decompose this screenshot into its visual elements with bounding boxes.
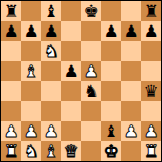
square-f3[interactable] [101, 101, 121, 121]
white-pawn: ♟ [21, 121, 41, 141]
square-a5[interactable] [1, 61, 21, 81]
square-f4[interactable] [101, 81, 121, 101]
white-rook: ♜ [1, 141, 21, 161]
white-pawn: ♟ [121, 121, 141, 141]
square-d6[interactable] [61, 41, 81, 61]
square-d7[interactable] [61, 21, 81, 41]
square-d1[interactable]: ♛ [61, 141, 81, 161]
white-rook: ♜ [141, 141, 161, 161]
square-a7[interactable]: ♟ [1, 21, 21, 41]
square-a3[interactable] [1, 101, 21, 121]
black-pawn: ♟ [21, 21, 41, 41]
square-c8[interactable]: ♝ [41, 1, 61, 21]
chess-board: ♜♝♚♜♟♟♟♟♟♟♞♝♟♟♞♛♟♟♟♝♟♟♜♞♝♛♚♜ [0, 0, 162, 162]
black-pawn: ♟ [141, 21, 161, 41]
square-h3[interactable] [141, 101, 161, 121]
black-pawn: ♟ [121, 21, 141, 41]
square-c6[interactable]: ♞ [41, 41, 61, 61]
square-g4[interactable] [121, 81, 141, 101]
square-a6[interactable] [1, 41, 21, 61]
white-pawn: ♟ [81, 61, 101, 81]
square-d4[interactable] [61, 81, 81, 101]
square-h2[interactable]: ♟ [141, 121, 161, 141]
white-pawn: ♟ [141, 121, 161, 141]
square-e7[interactable] [81, 21, 101, 41]
board-grid: ♜♝♚♜♟♟♟♟♟♟♞♝♟♟♞♛♟♟♟♝♟♟♜♞♝♛♚♜ [1, 1, 161, 161]
square-f6[interactable] [101, 41, 121, 61]
black-rook: ♜ [141, 1, 161, 21]
square-c4[interactable] [41, 81, 61, 101]
square-e6[interactable] [81, 41, 101, 61]
square-a2[interactable]: ♟ [1, 121, 21, 141]
square-c7[interactable]: ♟ [41, 21, 61, 41]
square-d3[interactable] [61, 101, 81, 121]
square-f8[interactable] [101, 1, 121, 21]
square-c3[interactable] [41, 101, 61, 121]
square-h7[interactable]: ♟ [141, 21, 161, 41]
square-b3[interactable] [21, 101, 41, 121]
black-bishop: ♝ [101, 121, 121, 141]
white-queen: ♛ [61, 141, 81, 161]
square-b1[interactable]: ♞ [21, 141, 41, 161]
square-d8[interactable] [61, 1, 81, 21]
square-c1[interactable]: ♝ [41, 141, 61, 161]
black-pawn: ♟ [1, 21, 21, 41]
black-queen: ♛ [141, 81, 161, 101]
white-bishop: ♝ [41, 141, 61, 161]
square-e8[interactable]: ♚ [81, 1, 101, 21]
square-e3[interactable] [81, 101, 101, 121]
square-b4[interactable] [21, 81, 41, 101]
square-g2[interactable]: ♟ [121, 121, 141, 141]
white-pawn: ♟ [41, 121, 61, 141]
black-king: ♚ [81, 1, 101, 21]
white-knight: ♞ [21, 141, 41, 161]
square-h8[interactable]: ♜ [141, 1, 161, 21]
square-f7[interactable]: ♟ [101, 21, 121, 41]
square-g3[interactable] [121, 101, 141, 121]
square-b7[interactable]: ♟ [21, 21, 41, 41]
square-f5[interactable] [101, 61, 121, 81]
square-d5[interactable]: ♟ [61, 61, 81, 81]
white-pawn: ♟ [1, 121, 21, 141]
square-g6[interactable] [121, 41, 141, 61]
square-g8[interactable] [121, 1, 141, 21]
black-pawn: ♟ [101, 21, 121, 41]
square-e4[interactable]: ♞ [81, 81, 101, 101]
square-f2[interactable]: ♝ [101, 121, 121, 141]
square-b5[interactable]: ♝ [21, 61, 41, 81]
square-e5[interactable]: ♟ [81, 61, 101, 81]
square-c5[interactable] [41, 61, 61, 81]
square-g7[interactable]: ♟ [121, 21, 141, 41]
square-h1[interactable]: ♜ [141, 141, 161, 161]
white-king: ♚ [101, 141, 121, 161]
square-h5[interactable] [141, 61, 161, 81]
black-pawn: ♟ [41, 21, 61, 41]
square-c2[interactable]: ♟ [41, 121, 61, 141]
square-a4[interactable] [1, 81, 21, 101]
square-g5[interactable] [121, 61, 141, 81]
black-rook: ♜ [1, 1, 21, 21]
square-b6[interactable] [21, 41, 41, 61]
square-b8[interactable] [21, 1, 41, 21]
black-knight: ♞ [81, 81, 101, 101]
black-pawn: ♟ [61, 61, 81, 81]
square-d2[interactable] [61, 121, 81, 141]
square-h6[interactable] [141, 41, 161, 61]
square-a8[interactable]: ♜ [1, 1, 21, 21]
square-a1[interactable]: ♜ [1, 141, 21, 161]
square-f1[interactable]: ♚ [101, 141, 121, 161]
square-b2[interactable]: ♟ [21, 121, 41, 141]
black-bishop: ♝ [41, 1, 61, 21]
white-bishop: ♝ [21, 61, 41, 81]
square-h4[interactable]: ♛ [141, 81, 161, 101]
white-knight: ♞ [41, 41, 61, 61]
square-g1[interactable] [121, 141, 141, 161]
square-e1[interactable] [81, 141, 101, 161]
square-e2[interactable] [81, 121, 101, 141]
